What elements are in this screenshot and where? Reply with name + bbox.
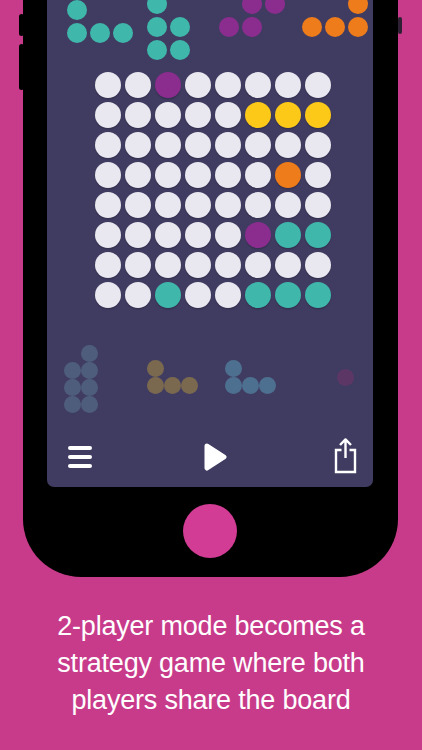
board-cell-r1c6[interactable] bbox=[243, 70, 273, 100]
board-dot-empty-white bbox=[95, 132, 121, 158]
board-dot-yellow bbox=[275, 102, 301, 128]
board-cell-r7c2[interactable] bbox=[123, 250, 153, 280]
piece-dot bbox=[81, 362, 98, 379]
board-cell-r4c3[interactable] bbox=[153, 160, 183, 190]
board-dot-teal bbox=[155, 282, 181, 308]
board-cell-r3c2[interactable] bbox=[123, 130, 153, 160]
board-cell-r8c8[interactable] bbox=[303, 280, 333, 310]
board-dot-empty-white bbox=[215, 162, 241, 188]
play-icon bbox=[203, 442, 227, 472]
board-cell-r4c4[interactable] bbox=[183, 160, 213, 190]
piece-dot bbox=[67, 0, 87, 20]
board-dot-empty-white bbox=[185, 252, 211, 278]
board-cell-r8c6[interactable] bbox=[243, 280, 273, 310]
board-dot-empty-white bbox=[245, 132, 271, 158]
board-cell-r5c6[interactable] bbox=[243, 190, 273, 220]
volume-button bbox=[19, 44, 24, 90]
board-dot-orange bbox=[275, 162, 301, 188]
board-dot-empty-white bbox=[215, 192, 241, 218]
board-dot-empty-white bbox=[155, 132, 181, 158]
board-cell-r5c1[interactable] bbox=[93, 190, 123, 220]
board-dot-purple bbox=[155, 72, 181, 98]
board-cell-r8c3[interactable] bbox=[153, 280, 183, 310]
board-dot-empty-white bbox=[95, 102, 121, 128]
piece-dot bbox=[242, 17, 262, 37]
board-dot-yellow bbox=[245, 102, 271, 128]
board-dot-empty-white bbox=[305, 162, 331, 188]
board-cell-r6c5[interactable] bbox=[213, 220, 243, 250]
piece-dot bbox=[225, 377, 242, 394]
board-cell-r4c6[interactable] bbox=[243, 160, 273, 190]
board-dot-empty-white bbox=[125, 222, 151, 248]
board-cell-r8c2[interactable] bbox=[123, 280, 153, 310]
board-dot-empty-white bbox=[155, 252, 181, 278]
caption-line-1: 2-player mode becomes a bbox=[0, 608, 422, 645]
board-dot-empty-white bbox=[95, 162, 121, 188]
piece-dot bbox=[81, 396, 98, 413]
board-dot-teal bbox=[305, 282, 331, 308]
board-cell-r2c2[interactable] bbox=[123, 100, 153, 130]
board-dot-empty-white bbox=[125, 282, 151, 308]
board-cell-r2c7[interactable] bbox=[273, 100, 303, 130]
board-dot-empty-white bbox=[95, 282, 121, 308]
board-cell-r2c1[interactable] bbox=[93, 100, 123, 130]
board-dot-empty-white bbox=[185, 192, 211, 218]
board-cell-r7c6[interactable] bbox=[243, 250, 273, 280]
board-cell-r7c8[interactable] bbox=[303, 250, 333, 280]
board-dot-teal bbox=[275, 222, 301, 248]
board-cell-r1c1[interactable] bbox=[93, 70, 123, 100]
board-cell-r5c5[interactable] bbox=[213, 190, 243, 220]
board-dot-empty-white bbox=[305, 72, 331, 98]
board-cell-r4c8[interactable] bbox=[303, 160, 333, 190]
board-dot-empty-white bbox=[125, 102, 151, 128]
board-cell-r2c6[interactable] bbox=[243, 100, 273, 130]
board-cell-r3c6[interactable] bbox=[243, 130, 273, 160]
piece-dot bbox=[348, 17, 368, 37]
mute-switch bbox=[19, 14, 24, 36]
piece-dot bbox=[181, 377, 198, 394]
board-dot-empty-white bbox=[185, 132, 211, 158]
board-cell-r5c4[interactable] bbox=[183, 190, 213, 220]
board-cell-r6c2[interactable] bbox=[123, 220, 153, 250]
board-cell-r7c1[interactable] bbox=[93, 250, 123, 280]
caption-line-3: players share the board bbox=[0, 682, 422, 719]
board-cell-r2c4[interactable] bbox=[183, 100, 213, 130]
board-cell-r5c7[interactable] bbox=[273, 190, 303, 220]
board-cell-r4c2[interactable] bbox=[123, 160, 153, 190]
menu-icon bbox=[68, 446, 92, 450]
board-cell-r1c7[interactable] bbox=[273, 70, 303, 100]
board-cell-r6c8[interactable] bbox=[303, 220, 333, 250]
board-dot-empty-white bbox=[305, 192, 331, 218]
board-cell-r4c1[interactable] bbox=[93, 160, 123, 190]
board-cell-r5c8[interactable] bbox=[303, 190, 333, 220]
play-button[interactable] bbox=[203, 442, 227, 472]
piece-dot bbox=[259, 377, 276, 394]
board-cell-r1c4[interactable] bbox=[183, 70, 213, 100]
piece-dot bbox=[64, 396, 81, 413]
board-cell-r2c5[interactable] bbox=[213, 100, 243, 130]
board-cell-r1c2[interactable] bbox=[123, 70, 153, 100]
board-cell-r4c5[interactable] bbox=[213, 160, 243, 190]
board-dot-empty-white bbox=[305, 132, 331, 158]
piece-dot bbox=[147, 377, 164, 394]
board-cell-r6c7[interactable] bbox=[273, 220, 303, 250]
board-dot-empty-white bbox=[275, 192, 301, 218]
board-dot-empty-white bbox=[305, 252, 331, 278]
board-dot-teal bbox=[245, 282, 271, 308]
piece-dot bbox=[219, 17, 239, 37]
board-dot-empty-white bbox=[185, 102, 211, 128]
piece-dot bbox=[64, 362, 81, 379]
board-dot-empty-white bbox=[185, 162, 211, 188]
board-dot-empty-white bbox=[185, 222, 211, 248]
menu-button[interactable] bbox=[68, 446, 92, 468]
piece-dot bbox=[90, 23, 110, 43]
board-dot-empty-white bbox=[185, 72, 211, 98]
piece-dot bbox=[170, 17, 190, 37]
piece-dot bbox=[325, 17, 345, 37]
app-store-screenshot: 2-player mode becomes a strategy game wh… bbox=[0, 0, 422, 750]
board-dot-empty-white bbox=[95, 252, 121, 278]
board-cell-r3c5[interactable] bbox=[213, 130, 243, 160]
board-dot-teal bbox=[275, 282, 301, 308]
board-cell-r7c3[interactable] bbox=[153, 250, 183, 280]
board-dot-empty-white bbox=[155, 222, 181, 248]
board-dot-empty-white bbox=[245, 192, 271, 218]
board-dot-empty-white bbox=[245, 252, 271, 278]
piece-dot bbox=[147, 360, 164, 377]
board-cell-r8c5[interactable] bbox=[213, 280, 243, 310]
piece-dot bbox=[113, 23, 133, 43]
board-cell-r6c1[interactable] bbox=[93, 220, 123, 250]
board-cell-r8c4[interactable] bbox=[183, 280, 213, 310]
board-cell-r6c4[interactable] bbox=[183, 220, 213, 250]
board-dot-empty-white bbox=[245, 72, 271, 98]
caption: 2-player mode becomes a strategy game wh… bbox=[0, 608, 422, 719]
share-icon bbox=[334, 437, 357, 474]
board-dot-empty-white bbox=[125, 162, 151, 188]
board-dot-teal bbox=[305, 222, 331, 248]
piece-dot bbox=[225, 360, 242, 377]
board-dot-empty-white bbox=[155, 192, 181, 218]
board-dot-empty-white bbox=[215, 282, 241, 308]
share-button[interactable] bbox=[334, 437, 357, 474]
board-dot-empty-white bbox=[125, 72, 151, 98]
board-dot-empty-white bbox=[215, 72, 241, 98]
board-dot-empty-white bbox=[215, 252, 241, 278]
piece-dot bbox=[348, 0, 368, 14]
board-cell-r3c1[interactable] bbox=[93, 130, 123, 160]
board-cell-r7c5[interactable] bbox=[213, 250, 243, 280]
board-cell-r3c8[interactable] bbox=[303, 130, 333, 160]
board-dot-empty-white bbox=[275, 252, 301, 278]
board-dot-empty-white bbox=[245, 162, 271, 188]
board-dot-empty-white bbox=[215, 132, 241, 158]
power-button bbox=[398, 17, 402, 34]
board-cell-r2c8[interactable] bbox=[303, 100, 333, 130]
board-cell-r1c5[interactable] bbox=[213, 70, 243, 100]
board-cell-r8c1[interactable] bbox=[93, 280, 123, 310]
board-cell-r8c7[interactable] bbox=[273, 280, 303, 310]
board-cell-r4c7[interactable] bbox=[273, 160, 303, 190]
piece-dot bbox=[242, 377, 259, 394]
board-dot-empty-white bbox=[275, 72, 301, 98]
board-cell-r7c7[interactable] bbox=[273, 250, 303, 280]
board-dot-empty-white bbox=[155, 162, 181, 188]
board-dot-empty-white bbox=[215, 102, 241, 128]
piece-dot bbox=[337, 369, 354, 386]
piece-dot bbox=[302, 17, 322, 37]
board-cell-r5c3[interactable] bbox=[153, 190, 183, 220]
board-dot-empty-white bbox=[125, 192, 151, 218]
piece-dot bbox=[147, 0, 167, 14]
piece-dot bbox=[242, 0, 262, 14]
board-dot-empty-white bbox=[125, 252, 151, 278]
board-dot-empty-white bbox=[95, 72, 121, 98]
home-button[interactable] bbox=[183, 504, 237, 558]
game-screen bbox=[47, 0, 373, 487]
caption-line-2: strategy game where both bbox=[0, 645, 422, 682]
board-cell-r3c7[interactable] bbox=[273, 130, 303, 160]
piece-dot bbox=[81, 345, 98, 362]
board-cell-r6c6[interactable] bbox=[243, 220, 273, 250]
piece-dot bbox=[64, 379, 81, 396]
board-dot-empty-white bbox=[95, 192, 121, 218]
piece-dot bbox=[67, 23, 87, 43]
board-cell-r1c8[interactable] bbox=[303, 70, 333, 100]
board-dot-empty-white bbox=[275, 132, 301, 158]
board-cell-r5c2[interactable] bbox=[123, 190, 153, 220]
board-dot-empty-white bbox=[125, 132, 151, 158]
board-cell-r2c3[interactable] bbox=[153, 100, 183, 130]
board-dot-empty-white bbox=[95, 222, 121, 248]
board-dot-yellow bbox=[305, 102, 331, 128]
board-dot-empty-white bbox=[155, 102, 181, 128]
board-cell-r3c3[interactable] bbox=[153, 130, 183, 160]
board bbox=[93, 70, 333, 310]
board-cell-r7c4[interactable] bbox=[183, 250, 213, 280]
board-dot-purple bbox=[245, 222, 271, 248]
piece-dot bbox=[147, 17, 167, 37]
board-dot-empty-white bbox=[215, 222, 241, 248]
piece-dot bbox=[170, 40, 190, 60]
board-cell-r1c3[interactable] bbox=[153, 70, 183, 100]
board-cell-r6c3[interactable] bbox=[153, 220, 183, 250]
piece-dot bbox=[164, 377, 181, 394]
piece-dot bbox=[81, 379, 98, 396]
piece-dot bbox=[265, 0, 285, 14]
board-dot-empty-white bbox=[185, 282, 211, 308]
piece-dot bbox=[147, 40, 167, 60]
board-cell-r3c4[interactable] bbox=[183, 130, 213, 160]
